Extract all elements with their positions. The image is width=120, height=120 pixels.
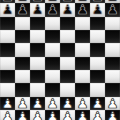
board-square-r9c3-dark[interactable]: ♟ [45, 110, 60, 120]
board-square-r2c1-light[interactable] [15, 17, 30, 30]
board-square-r9c5-dark[interactable]: ♟ [75, 110, 90, 120]
board-square-r4c6-dark[interactable] [90, 43, 105, 56]
white-pawn: ♟ [90, 110, 105, 120]
board-square-r7c6-light[interactable] [90, 83, 105, 96]
white-pawn: ♟ [15, 97, 30, 110]
board-square-r1c0-light[interactable]: ♟ [0, 3, 15, 16]
board-square-r5c5-dark[interactable] [75, 57, 90, 70]
board-square-r4c1-light[interactable] [15, 43, 30, 56]
white-pawn: ♟ [60, 110, 75, 120]
black-pawn: ♟ [15, 3, 30, 16]
board-square-r7c1-dark[interactable] [15, 83, 30, 96]
white-pawn: ♟ [105, 110, 120, 120]
white-pawn: ♟ [0, 110, 15, 120]
board-square-r4c0-dark[interactable] [0, 43, 15, 56]
board-square-r8c7-light[interactable]: ♟ [105, 97, 120, 110]
board-square-r7c3-dark[interactable] [45, 83, 60, 96]
board-square-r7c2-light[interactable] [30, 83, 45, 96]
board-square-r2c6-dark[interactable] [90, 17, 105, 30]
board-square-r3c0-light[interactable] [0, 30, 15, 43]
board-square-r8c2-dark[interactable]: ♟ [30, 97, 45, 110]
board-square-r4c2-dark[interactable] [30, 43, 45, 56]
board-square-r6c1-light[interactable] [15, 70, 30, 83]
board-square-r8c1-light[interactable]: ♟ [15, 97, 30, 110]
board-square-r7c5-dark[interactable] [75, 83, 90, 96]
board-square-r8c4-dark[interactable]: ♟ [60, 97, 75, 110]
board-square-r5c4-light[interactable] [60, 57, 75, 70]
board-square-r8c3-light[interactable]: ♟ [45, 97, 60, 110]
board-square-r7c7-dark[interactable] [105, 83, 120, 96]
board-square-r2c0-dark[interactable] [0, 17, 15, 30]
board-square-r4c3-light[interactable] [45, 43, 60, 56]
board-square-r2c5-light[interactable] [75, 17, 90, 30]
board-square-r3c5-dark[interactable] [75, 30, 90, 43]
white-pawn: ♟ [0, 97, 15, 110]
board-square-r8c0-dark[interactable]: ♟ [0, 97, 15, 110]
black-pawn: ♟ [0, 3, 15, 16]
white-pawn: ♟ [90, 97, 105, 110]
board-square-r4c5-light[interactable] [75, 43, 90, 56]
board-square-r5c0-light[interactable] [0, 57, 15, 70]
board-square-r9c1-dark[interactable]: ♟ [15, 110, 30, 120]
board-square-r6c6-dark[interactable] [90, 70, 105, 83]
board-grid: ♟♟♟♟♟♟♟♟♟♟♟♟♟♟♟♟♟♟♟♟♟♟♟♟♟♟♟♟♟♟♟♟ [0, 0, 120, 120]
board-square-r5c1-dark[interactable] [15, 57, 30, 70]
board-square-r5c7-dark[interactable] [105, 57, 120, 70]
board-square-r1c1-dark[interactable]: ♟ [15, 3, 30, 16]
white-pawn: ♟ [30, 110, 45, 120]
board-square-r1c3-dark[interactable]: ♟ [45, 3, 60, 16]
board-square-r2c7-light[interactable] [105, 17, 120, 30]
board-square-r9c0-light[interactable]: ♟ [0, 110, 15, 120]
white-pawn: ♟ [15, 110, 30, 120]
board-square-r6c2-dark[interactable] [30, 70, 45, 83]
white-pawn: ♟ [45, 110, 60, 120]
white-pawn: ♟ [105, 97, 120, 110]
black-pawn: ♟ [60, 3, 75, 16]
board-square-r6c4-dark[interactable] [60, 70, 75, 83]
board-square-r1c5-dark[interactable]: ♟ [75, 3, 90, 16]
board-square-r5c3-dark[interactable] [45, 57, 60, 70]
board-square-r2c3-light[interactable] [45, 17, 60, 30]
chessboard: ♟♟♟♟♟♟♟♟♟♟♟♟♟♟♟♟♟♟♟♟♟♟♟♟♟♟♟♟♟♟♟♟ [0, 0, 120, 120]
board-square-r6c5-light[interactable] [75, 70, 90, 83]
board-square-r3c6-light[interactable] [90, 30, 105, 43]
white-pawn: ♟ [30, 97, 45, 110]
board-square-r1c2-light[interactable]: ♟ [30, 3, 45, 16]
white-pawn: ♟ [60, 97, 75, 110]
board-square-r5c2-light[interactable] [30, 57, 45, 70]
board-square-r9c6-light[interactable]: ♟ [90, 110, 105, 120]
board-square-r9c7-dark[interactable]: ♟ [105, 110, 120, 120]
board-square-r2c4-dark[interactable] [60, 17, 75, 30]
board-square-r3c3-dark[interactable] [45, 30, 60, 43]
black-pawn: ♟ [105, 3, 120, 16]
board-square-r2c2-dark[interactable] [30, 17, 45, 30]
board-square-r8c6-dark[interactable]: ♟ [90, 97, 105, 110]
black-pawn: ♟ [90, 3, 105, 16]
black-pawn: ♟ [45, 3, 60, 16]
white-pawn: ♟ [75, 110, 90, 120]
board-square-r3c1-dark[interactable] [15, 30, 30, 43]
board-square-r6c7-light[interactable] [105, 70, 120, 83]
board-square-r3c2-light[interactable] [30, 30, 45, 43]
black-pawn: ♟ [30, 3, 45, 16]
board-square-r7c4-light[interactable] [60, 83, 75, 96]
board-square-r4c7-light[interactable] [105, 43, 120, 56]
board-square-r8c5-light[interactable]: ♟ [75, 97, 90, 110]
board-square-r4c4-dark[interactable] [60, 43, 75, 56]
white-pawn: ♟ [75, 97, 90, 110]
board-square-r6c0-dark[interactable] [0, 70, 15, 83]
board-square-r6c3-light[interactable] [45, 70, 60, 83]
board-square-r3c7-dark[interactable] [105, 30, 120, 43]
board-square-r1c6-light[interactable]: ♟ [90, 3, 105, 16]
white-pawn: ♟ [45, 97, 60, 110]
board-square-r9c4-light[interactable]: ♟ [60, 110, 75, 120]
board-square-r1c4-light[interactable]: ♟ [60, 3, 75, 16]
board-square-r5c6-light[interactable] [90, 57, 105, 70]
board-square-r1c7-dark[interactable]: ♟ [105, 3, 120, 16]
board-square-r3c4-light[interactable] [60, 30, 75, 43]
black-pawn: ♟ [75, 3, 90, 16]
board-square-r9c2-light[interactable]: ♟ [30, 110, 45, 120]
board-square-r7c0-light[interactable] [0, 83, 15, 96]
